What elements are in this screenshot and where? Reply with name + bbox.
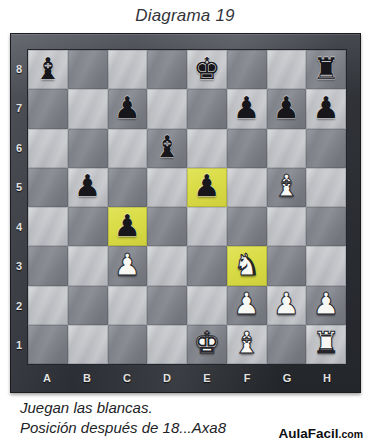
square-g8 [267, 50, 307, 89]
square-g3 [267, 246, 307, 285]
caption-line-2: Posición después de 18...Axa8 [20, 418, 226, 438]
black-king-e8: ♚ [193, 54, 220, 84]
square-g6 [267, 129, 307, 168]
square-a5 [28, 168, 68, 207]
black-pawn-h7: ♟ [313, 93, 340, 123]
square-h7: ♟ [306, 89, 346, 128]
white-pawn-f2: ♟ [233, 289, 260, 319]
square-h1: ♜ [306, 325, 346, 364]
rank-label-8: 8 [11, 49, 27, 89]
square-f1: ♝ [227, 325, 267, 364]
file-labels: ABCDEFGH [27, 365, 347, 391]
file-label-f: F [227, 365, 267, 391]
square-f7: ♟ [227, 89, 267, 128]
square-b5: ♟ [68, 168, 108, 207]
square-c1 [108, 325, 148, 364]
white-rook-h1: ♜ [313, 328, 340, 358]
square-c3: ♟ [108, 246, 148, 285]
file-label-b: B [67, 365, 107, 391]
square-d7 [147, 89, 187, 128]
square-e7 [187, 89, 227, 128]
white-bishop-g5: ♝ [273, 171, 300, 201]
rank-label-2: 2 [11, 286, 27, 326]
white-bishop-f1: ♝ [233, 328, 260, 358]
black-rook-h8: ♜ [313, 54, 340, 84]
rank-label-6: 6 [11, 128, 27, 168]
square-a4 [28, 207, 68, 246]
square-g4 [267, 207, 307, 246]
square-b1 [68, 325, 108, 364]
square-h4 [306, 207, 346, 246]
square-f5 [227, 168, 267, 207]
caption: Juegan las blancas. Posición después de … [20, 398, 226, 438]
square-g5: ♝ [267, 168, 307, 207]
white-pawn-c3: ♟ [114, 250, 141, 280]
square-e3 [187, 246, 227, 285]
chess-board: 87654321 ♝♚♜♟♟♟♟♝♟♟♝♟♟♞♟♟♟♚♝♜ ABCDEFGH [10, 33, 361, 393]
square-c8 [108, 50, 148, 89]
file-label-h: H [307, 365, 347, 391]
black-pawn-c4: ♟ [114, 211, 141, 241]
black-pawn-e5: ♟ [193, 171, 220, 201]
board-squares: ♝♚♜♟♟♟♟♝♟♟♝♟♟♞♟♟♟♚♝♜ [27, 49, 347, 365]
file-label-a: A [27, 365, 67, 391]
square-h6 [306, 129, 346, 168]
black-pawn-b5: ♟ [74, 171, 101, 201]
square-b8 [68, 50, 108, 89]
brand-suffix: .com [338, 428, 363, 440]
square-f8 [227, 50, 267, 89]
square-a7 [28, 89, 68, 128]
square-h5 [306, 168, 346, 207]
square-a6 [28, 129, 68, 168]
brand-logo: AulaFacil.com [278, 424, 363, 442]
square-c7: ♟ [108, 89, 148, 128]
square-e5: ♟ [187, 168, 227, 207]
square-e2 [187, 286, 227, 325]
black-bishop-d6: ♝ [154, 132, 181, 162]
white-knight-f3: ♞ [233, 250, 260, 280]
diagram-title: Diagrama 19 [0, 6, 370, 26]
square-c4: ♟ [108, 207, 148, 246]
square-e8: ♚ [187, 50, 227, 89]
file-label-d: D [147, 365, 187, 391]
file-label-g: G [267, 365, 307, 391]
square-d8 [147, 50, 187, 89]
square-h2: ♟ [306, 286, 346, 325]
rank-label-7: 7 [11, 89, 27, 129]
page: Diagrama 19 87654321 ♝♚♜♟♟♟♟♝♟♟♝♟♟♞♟♟♟♚♝… [0, 0, 370, 443]
square-e4 [187, 207, 227, 246]
square-d2 [147, 286, 187, 325]
square-d3 [147, 246, 187, 285]
square-h8: ♜ [306, 50, 346, 89]
white-pawn-h2: ♟ [313, 289, 340, 319]
square-e6 [187, 129, 227, 168]
black-pawn-f7: ♟ [233, 93, 260, 123]
square-b6 [68, 129, 108, 168]
square-d4 [147, 207, 187, 246]
rank-labels: 87654321 [11, 49, 27, 365]
square-a1 [28, 325, 68, 364]
rank-label-5: 5 [11, 168, 27, 208]
square-g2: ♟ [267, 286, 307, 325]
square-a8: ♝ [28, 50, 68, 89]
square-h3 [306, 246, 346, 285]
black-pawn-c7: ♟ [114, 93, 141, 123]
square-e1: ♚ [187, 325, 227, 364]
square-c2 [108, 286, 148, 325]
square-a2 [28, 286, 68, 325]
square-g7: ♟ [267, 89, 307, 128]
square-f3: ♞ [227, 246, 267, 285]
square-b3 [68, 246, 108, 285]
square-c6 [108, 129, 148, 168]
brand-name: AulaFacil [278, 426, 338, 441]
square-b7 [68, 89, 108, 128]
rank-label-4: 4 [11, 207, 27, 247]
square-d5 [147, 168, 187, 207]
file-label-e: E [187, 365, 227, 391]
file-label-c: C [107, 365, 147, 391]
caption-line-1: Juegan las blancas. [20, 398, 226, 418]
black-bishop-a8: ♝ [34, 54, 61, 84]
square-d6: ♝ [147, 129, 187, 168]
white-pawn-g2: ♟ [273, 289, 300, 319]
square-f6 [227, 129, 267, 168]
square-f2: ♟ [227, 286, 267, 325]
black-pawn-g7: ♟ [273, 93, 300, 123]
square-a3 [28, 246, 68, 285]
square-b2 [68, 286, 108, 325]
rank-label-1: 1 [11, 326, 27, 366]
square-g1 [267, 325, 307, 364]
square-b4 [68, 207, 108, 246]
white-king-e1: ♚ [193, 328, 220, 358]
square-f4 [227, 207, 267, 246]
square-d1 [147, 325, 187, 364]
rank-label-3: 3 [11, 247, 27, 287]
square-c5 [108, 168, 148, 207]
